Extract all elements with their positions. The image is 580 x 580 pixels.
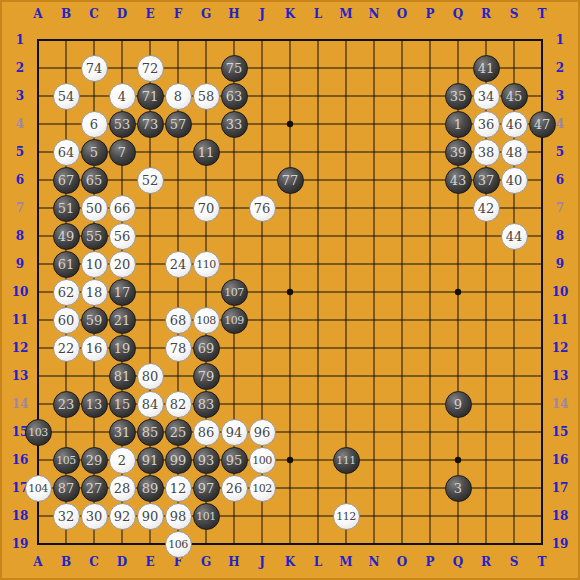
stone-white-94-H15: 94: [221, 419, 248, 446]
stone-white-92-D18: 92: [109, 503, 136, 530]
stone-white-86-G15: 86: [193, 419, 220, 446]
row-label-right-8: 8: [556, 230, 564, 242]
col-label-top-S: S: [510, 8, 519, 20]
stone-white-112-M18: 112: [333, 503, 360, 530]
stone-white-74-C2: 74: [81, 55, 108, 82]
stones-layer: 1234567891011121315161718192021222324252…: [24, 26, 556, 558]
stone-black-25-F15: 25: [165, 419, 192, 446]
row-label-right-5: 5: [556, 146, 564, 158]
stone-white-108-G11: 108: [193, 307, 220, 334]
col-label-top-F: F: [174, 8, 183, 20]
stone-white-62-B10: 62: [53, 279, 80, 306]
stone-black-35-Q3: 35: [445, 83, 472, 110]
stone-black-87-B17: 87: [53, 475, 80, 502]
stone-black-43-Q6: 43: [445, 167, 472, 194]
stone-white-98-F18: 98: [165, 503, 192, 530]
stone-black-55-C8: 55: [81, 223, 108, 250]
stone-black-3-Q17: 3: [445, 475, 472, 502]
stone-white-84-E14: 84: [137, 391, 164, 418]
stone-black-95-H16: 95: [221, 447, 248, 474]
stone-black-73-E4: 73: [137, 111, 164, 138]
row-label-left-3: 3: [16, 90, 24, 102]
stone-black-31-D15: 31: [109, 419, 136, 446]
row-label-left-1: 1: [16, 34, 24, 46]
stone-black-41-R2: 41: [473, 55, 500, 82]
stone-white-32-B18: 32: [53, 503, 80, 530]
stone-black-17-D10: 17: [109, 279, 136, 306]
col-label-top-N: N: [369, 8, 380, 20]
stone-black-105-B16: 105: [53, 447, 80, 474]
stone-black-71-E3: 71: [137, 83, 164, 110]
stone-black-51-B7: 51: [53, 195, 80, 222]
stone-black-99-F16: 99: [165, 447, 192, 474]
stone-black-29-C16: 29: [81, 447, 108, 474]
stone-black-23-B14: 23: [53, 391, 80, 418]
stone-black-39-Q5: 39: [445, 139, 472, 166]
col-label-top-Q: Q: [453, 8, 463, 20]
col-label-top-R: R: [481, 8, 491, 20]
stone-white-44-S8: 44: [501, 223, 528, 250]
stone-black-1-Q4: 1: [445, 111, 472, 138]
stone-black-13-C14: 13: [81, 391, 108, 418]
stone-white-106-F19: 106: [165, 531, 192, 558]
stone-white-6-C4: 6: [81, 111, 108, 138]
col-label-top-J: J: [259, 8, 265, 20]
stone-black-7-D5: 7: [109, 139, 136, 166]
stone-white-102-J17: 102: [249, 475, 276, 502]
stone-white-48-S5: 48: [501, 139, 528, 166]
stone-white-64-B5: 64: [53, 139, 80, 166]
col-label-top-O: O: [397, 8, 407, 20]
go-board[interactable]: AABBCCDDEEFFGGHHJJKKLLMMNNOOPPQQRRSSTT11…: [0, 0, 580, 580]
stone-black-109-H11: 109: [221, 307, 248, 334]
col-label-top-T: T: [538, 8, 547, 20]
stone-white-78-F12: 78: [165, 335, 192, 362]
stone-black-61-B9: 61: [53, 251, 80, 278]
stone-black-69-G12: 69: [193, 335, 220, 362]
stone-black-83-G14: 83: [193, 391, 220, 418]
stone-black-15-D14: 15: [109, 391, 136, 418]
col-label-top-P: P: [425, 8, 434, 20]
stone-white-76-J7: 76: [249, 195, 276, 222]
row-label-right-3: 3: [556, 90, 564, 102]
stone-white-16-C12: 16: [81, 335, 108, 362]
stone-black-11-G5: 11: [193, 139, 220, 166]
stone-black-77-K6: 77: [277, 167, 304, 194]
stone-black-33-H4: 33: [221, 111, 248, 138]
stone-black-59-C11: 59: [81, 307, 108, 334]
stone-black-75-H2: 75: [221, 55, 248, 82]
row-label-left-2: 2: [16, 62, 24, 74]
stone-white-46-S4: 46: [501, 111, 528, 138]
stone-white-104-A17: 104: [25, 475, 52, 502]
stone-white-22-B12: 22: [53, 335, 80, 362]
stone-black-91-E16: 91: [137, 447, 164, 474]
stone-black-85-E15: 85: [137, 419, 164, 446]
row-label-right-6: 6: [556, 174, 564, 186]
col-label-top-L: L: [314, 8, 322, 20]
stone-black-89-E17: 89: [137, 475, 164, 502]
stone-white-60-B11: 60: [53, 307, 80, 334]
stone-black-101-G18: 101: [193, 503, 220, 530]
stone-black-97-G17: 97: [193, 475, 220, 502]
stone-black-111-M16: 111: [333, 447, 360, 474]
stone-white-58-G3: 58: [193, 83, 220, 110]
stone-white-110-G9: 110: [193, 251, 220, 278]
stone-white-38-R5: 38: [473, 139, 500, 166]
stone-white-72-E2: 72: [137, 55, 164, 82]
stone-black-107-H10: 107: [221, 279, 248, 306]
stone-white-18-C10: 18: [81, 279, 108, 306]
row-label-left-5: 5: [16, 146, 24, 158]
col-label-top-K: K: [285, 8, 295, 20]
stone-white-12-F17: 12: [165, 475, 192, 502]
row-label-right-4: 4: [556, 118, 564, 130]
stone-black-45-S3: 45: [501, 83, 528, 110]
row-label-right-1: 1: [556, 34, 564, 46]
stone-black-47-T4: 47: [529, 111, 556, 138]
col-label-top-D: D: [117, 8, 127, 20]
stone-white-28-D17: 28: [109, 475, 136, 502]
row-label-left-7: 7: [16, 202, 24, 214]
stone-black-21-D11: 21: [109, 307, 136, 334]
stone-white-30-C18: 30: [81, 503, 108, 530]
stone-white-66-D7: 66: [109, 195, 136, 222]
stone-white-52-E6: 52: [137, 167, 164, 194]
col-label-top-M: M: [339, 8, 352, 20]
stone-black-9-Q14: 9: [445, 391, 472, 418]
stone-white-20-D9: 20: [109, 251, 136, 278]
stone-white-26-H17: 26: [221, 475, 248, 502]
row-label-left-8: 8: [16, 230, 24, 242]
col-label-top-G: G: [201, 8, 211, 20]
stone-black-79-G13: 79: [193, 363, 220, 390]
stone-white-96-J15: 96: [249, 419, 276, 446]
stone-black-27-C17: 27: [81, 475, 108, 502]
stone-black-81-D13: 81: [109, 363, 136, 390]
stone-white-68-F11: 68: [165, 307, 192, 334]
row-label-left-6: 6: [16, 174, 24, 186]
row-label-left-4: 4: [16, 118, 24, 130]
stone-black-63-H3: 63: [221, 83, 248, 110]
stone-black-65-C6: 65: [81, 167, 108, 194]
row-label-right-7: 7: [556, 202, 564, 214]
stone-white-2-D16: 2: [109, 447, 136, 474]
stone-black-49-B8: 49: [53, 223, 80, 250]
stone-white-10-C9: 10: [81, 251, 108, 278]
stone-white-70-G7: 70: [193, 195, 220, 222]
stone-black-67-B6: 67: [53, 167, 80, 194]
stone-white-24-F9: 24: [165, 251, 192, 278]
stone-black-5-C5: 5: [81, 139, 108, 166]
col-label-top-H: H: [228, 8, 239, 20]
stone-white-54-B3: 54: [53, 83, 80, 110]
stone-white-42-R7: 42: [473, 195, 500, 222]
col-label-top-A: A: [33, 8, 42, 20]
col-label-top-C: C: [89, 8, 99, 20]
stone-white-80-E13: 80: [137, 363, 164, 390]
stone-black-93-G16: 93: [193, 447, 220, 474]
stone-white-8-F3: 8: [165, 83, 192, 110]
stone-black-57-F4: 57: [165, 111, 192, 138]
stone-white-4-D3: 4: [109, 83, 136, 110]
stone-black-19-D12: 19: [109, 335, 136, 362]
row-label-left-9: 9: [16, 258, 24, 270]
stone-white-36-R4: 36: [473, 111, 500, 138]
stone-white-82-F14: 82: [165, 391, 192, 418]
stone-white-50-C7: 50: [81, 195, 108, 222]
stone-white-56-D8: 56: [109, 223, 136, 250]
stone-white-100-J16: 100: [249, 447, 276, 474]
stone-white-34-R3: 34: [473, 83, 500, 110]
stone-black-53-D4: 53: [109, 111, 136, 138]
row-label-right-2: 2: [556, 62, 564, 74]
col-label-top-E: E: [145, 8, 154, 20]
col-label-top-B: B: [61, 8, 71, 20]
stone-black-103-A15: 103: [25, 419, 52, 446]
row-label-right-9: 9: [556, 258, 564, 270]
stone-black-37-R6: 37: [473, 167, 500, 194]
stone-white-40-S6: 40: [501, 167, 528, 194]
stone-white-90-E18: 90: [137, 503, 164, 530]
